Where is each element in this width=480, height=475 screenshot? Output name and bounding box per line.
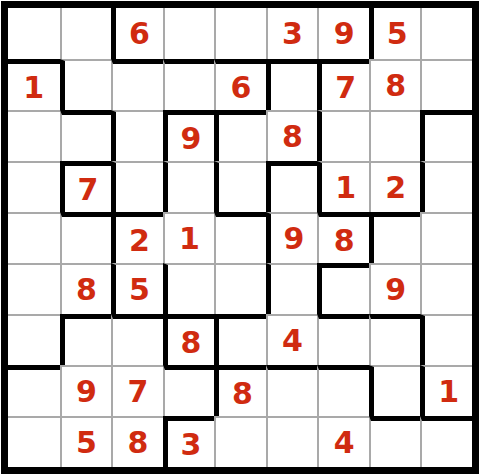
cell-r1c4[interactable]	[163, 8, 215, 59]
cell-r6c5[interactable]	[214, 263, 266, 314]
cell-r7c9[interactable]	[420, 314, 472, 365]
cell-r8c7[interactable]	[317, 365, 369, 416]
cell-r7c6[interactable]: 4	[266, 314, 318, 365]
cell-r4c2[interactable]: 7	[60, 161, 112, 212]
cell-r2c5[interactable]: 6	[214, 59, 266, 110]
cell-r9c2[interactable]: 5	[60, 416, 112, 467]
cell-r4c5[interactable]	[214, 161, 266, 212]
cell-r5c4[interactable]: 1	[163, 212, 215, 263]
cell-r4c9[interactable]	[420, 161, 472, 212]
cell-r2c1[interactable]: 1	[8, 59, 60, 110]
cell-r9c5[interactable]	[214, 416, 266, 467]
cell-r9c6[interactable]	[266, 416, 318, 467]
cell-r6c1[interactable]	[8, 263, 60, 314]
cell-r4c7[interactable]: 1	[317, 161, 369, 212]
cell-r2c9[interactable]	[420, 59, 472, 110]
cell-r1c6[interactable]: 3	[266, 8, 318, 59]
cell-r2c8[interactable]: 8	[369, 59, 421, 110]
cell-r3c3[interactable]	[111, 110, 163, 161]
cell-r1c9[interactable]	[420, 8, 472, 59]
cell-r1c5[interactable]	[214, 8, 266, 59]
cell-r7c1[interactable]	[8, 314, 60, 365]
cell-r6c7[interactable]	[317, 263, 369, 314]
cell-r9c8[interactable]	[369, 416, 421, 467]
cell-r8c9[interactable]: 1	[420, 365, 472, 416]
cell-r7c4[interactable]: 8	[163, 314, 215, 365]
cell-r5c6[interactable]: 9	[266, 212, 318, 263]
cell-r4c3[interactable]	[111, 161, 163, 212]
cell-r9c9[interactable]	[420, 416, 472, 467]
cell-r3c5[interactable]	[214, 110, 266, 161]
cell-r6c9[interactable]	[420, 263, 472, 314]
cell-r9c3[interactable]: 8	[111, 416, 163, 467]
cell-r4c8[interactable]: 2	[369, 161, 421, 212]
cell-r2c7[interactable]: 7	[317, 59, 369, 110]
cell-r6c3[interactable]: 5	[111, 263, 163, 314]
cell-r7c5[interactable]	[214, 314, 266, 365]
cell-r5c1[interactable]	[8, 212, 60, 263]
cell-r8c4[interactable]	[163, 365, 215, 416]
cell-r8c8[interactable]	[369, 365, 421, 416]
cell-r8c6[interactable]	[266, 365, 318, 416]
cell-r7c2[interactable]	[60, 314, 112, 365]
cell-r2c4[interactable]	[163, 59, 215, 110]
cell-r7c8[interactable]	[369, 314, 421, 365]
cell-r6c4[interactable]	[163, 263, 215, 314]
cell-r3c7[interactable]	[317, 110, 369, 161]
cell-r7c7[interactable]	[317, 314, 369, 365]
cell-r1c3[interactable]: 6	[111, 8, 163, 59]
cell-r9c7[interactable]: 4	[317, 416, 369, 467]
cell-r7c3[interactable]	[111, 314, 163, 365]
cell-r3c1[interactable]	[8, 110, 60, 161]
cell-r8c3[interactable]: 7	[111, 365, 163, 416]
cell-r3c4[interactable]: 9	[163, 110, 215, 161]
cell-r1c2[interactable]	[60, 8, 112, 59]
cell-r5c2[interactable]	[60, 212, 112, 263]
cell-r5c7[interactable]: 8	[317, 212, 369, 263]
cell-r4c6[interactable]	[266, 161, 318, 212]
cell-r2c2[interactable]	[60, 59, 112, 110]
cell-r5c9[interactable]	[420, 212, 472, 263]
cell-r2c6[interactable]	[266, 59, 318, 110]
cell-r2c3[interactable]	[111, 59, 163, 110]
cell-r6c2[interactable]: 8	[60, 263, 112, 314]
cell-r8c2[interactable]: 9	[60, 365, 112, 416]
cell-r1c1[interactable]	[8, 8, 60, 59]
cell-r4c4[interactable]	[163, 161, 215, 212]
cell-r1c8[interactable]: 5	[369, 8, 421, 59]
sudoku-board: 639516789871221988598497815834	[1, 1, 479, 474]
cell-r5c3[interactable]: 2	[111, 212, 163, 263]
cell-r3c6[interactable]: 8	[266, 110, 318, 161]
puzzle-page: 639516789871221988598497815834	[0, 1, 480, 475]
cell-r3c2[interactable]	[60, 110, 112, 161]
cell-r6c6[interactable]	[266, 263, 318, 314]
cell-r1c7[interactable]: 9	[317, 8, 369, 59]
cell-r8c5[interactable]: 8	[214, 365, 266, 416]
cell-r3c9[interactable]	[420, 110, 472, 161]
cell-r5c5[interactable]	[214, 212, 266, 263]
cell-r4c1[interactable]	[8, 161, 60, 212]
cell-r3c8[interactable]	[369, 110, 421, 161]
cell-r9c1[interactable]	[8, 416, 60, 467]
cell-r5c8[interactable]	[369, 212, 421, 263]
cell-r9c4[interactable]: 3	[163, 416, 215, 467]
cell-r8c1[interactable]	[8, 365, 60, 416]
cell-r6c8[interactable]: 9	[369, 263, 421, 314]
